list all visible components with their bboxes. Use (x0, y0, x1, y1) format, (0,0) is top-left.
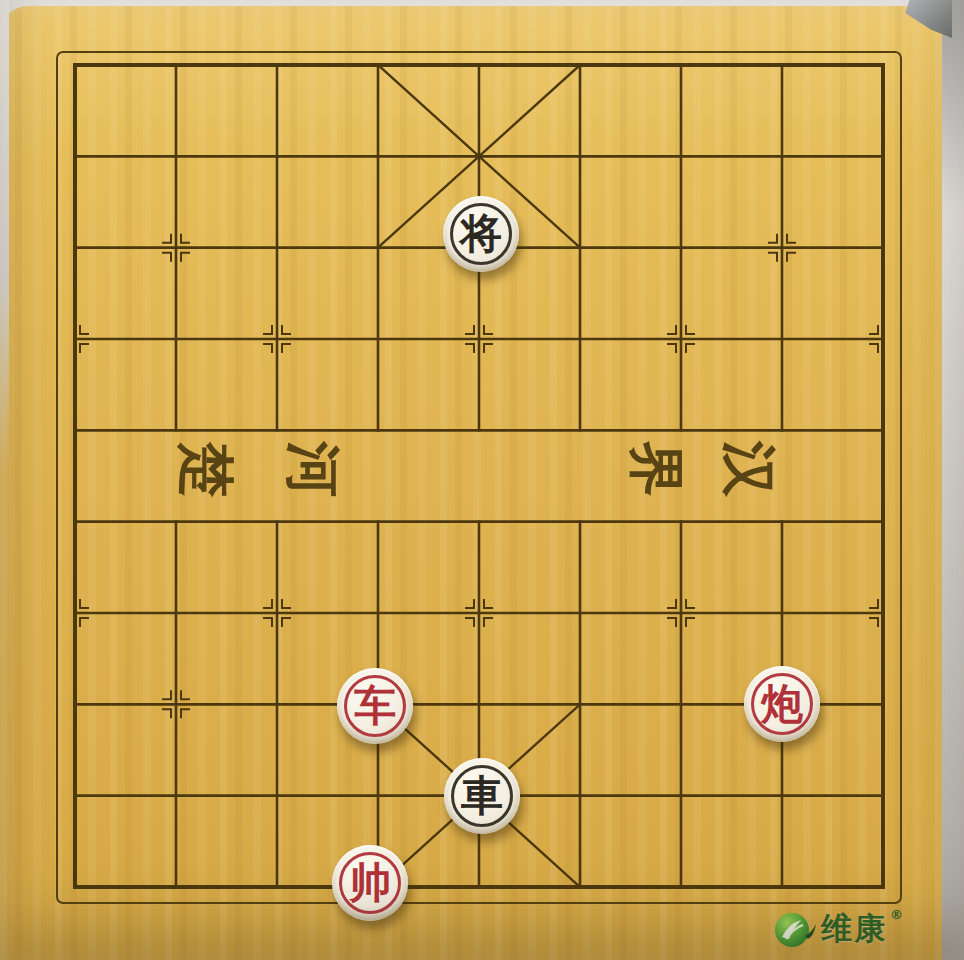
logo-text: 维康 (821, 908, 887, 950)
piece-character: 帅 (349, 862, 391, 904)
piece-black-general[interactable]: 将 (443, 196, 519, 272)
background-strip-right (942, 0, 964, 960)
piece-red-chariot[interactable]: 车 (337, 668, 413, 744)
piece-character: 将 (460, 213, 502, 255)
registered-mark: ® (890, 907, 903, 922)
river-label-0: 楚 (167, 442, 243, 498)
piece-black-chariot[interactable]: 車 (444, 758, 520, 834)
river-label-3: 汉 (710, 441, 786, 497)
photo-frame: 楚河界汉 将车炮車帅 维康 ® (0, 0, 964, 960)
piece-red-general[interactable]: 帅 (332, 845, 408, 921)
weikang-leaf-icon (772, 906, 818, 952)
weikang-logo: 维康 ® (772, 905, 903, 953)
piece-character: 炮 (761, 683, 803, 725)
background-strip-left (0, 0, 9, 470)
piece-character: 車 (461, 775, 503, 817)
river-label-2: 界 (617, 441, 693, 497)
piece-red-cannon[interactable]: 炮 (744, 666, 820, 742)
river-label-1: 河 (274, 441, 350, 497)
piece-character: 车 (354, 685, 396, 727)
